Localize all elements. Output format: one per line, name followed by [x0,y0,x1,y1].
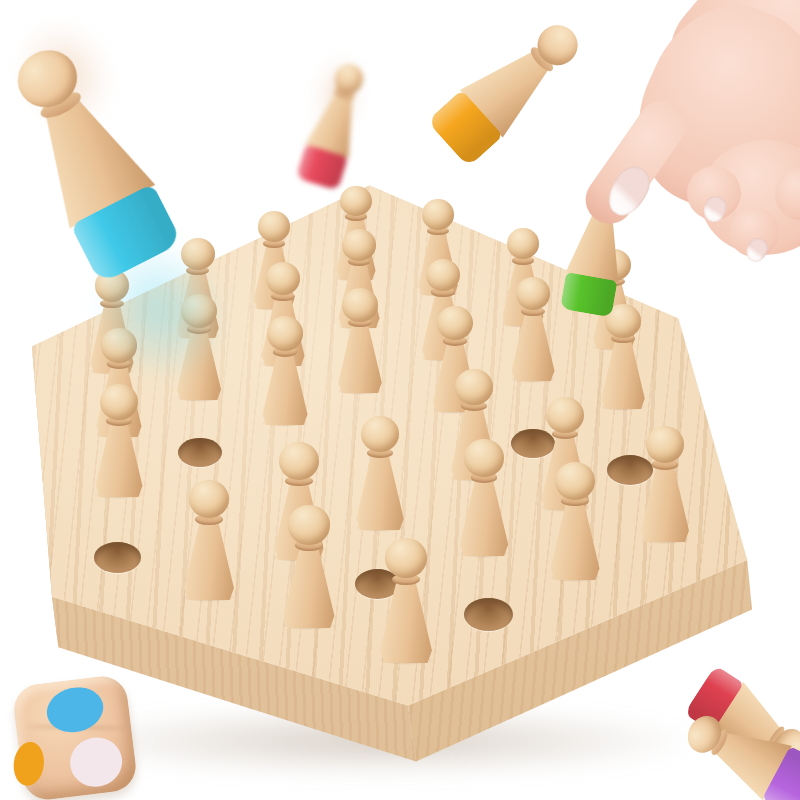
peg-head [385,538,427,578]
wooden-memory-peg[interactable] [640,426,691,542]
peg-head [266,262,301,295]
blue-stick-flying[interactable] [0,32,184,285]
red-stick-falling[interactable] [295,58,376,191]
die-face-orange [11,740,46,787]
peg-head [361,416,399,453]
peg-head [516,277,551,310]
peg-head [279,442,319,480]
peg-head [555,462,595,500]
peg-body [94,422,144,497]
board-hole[interactable] [178,438,222,467]
peg-head [100,384,138,420]
wooden-memory-peg[interactable] [282,505,336,628]
die-face-blue [42,682,107,738]
wooden-memory-peg[interactable] [458,439,509,556]
peg-head [455,369,492,404]
die-face-white [65,732,128,793]
peg-head [258,211,291,242]
color-die[interactable] [11,673,138,800]
peg-body [182,521,235,600]
wooden-memory-peg[interactable] [378,538,433,663]
peg-head [288,505,329,544]
stick-body [565,212,629,282]
peg-body [510,312,556,381]
peg-body [355,454,405,530]
peg-head [422,199,454,230]
peg-body [640,466,691,542]
peg-body [549,502,601,580]
wooden-memory-peg[interactable] [182,480,235,600]
board-hole[interactable] [94,542,141,573]
peg-head [426,259,460,291]
peg-body [282,547,336,628]
product-photo-scene [0,0,800,800]
peg-head [464,439,503,476]
peg-body [458,479,509,556]
board-hole[interactable] [464,598,513,631]
wooden-memory-peg[interactable] [94,384,144,497]
peg-head [507,228,540,259]
peg-head [189,480,229,519]
peg-head [646,426,685,463]
wooden-memory-peg[interactable] [600,304,646,409]
orange-stick-flying[interactable] [426,8,594,168]
peg-head [342,229,375,261]
wooden-memory-peg[interactable] [510,277,556,381]
peg-body [378,580,433,663]
wooden-memory-peg[interactable] [337,288,383,393]
wooden-memory-peg[interactable] [355,416,405,530]
wooden-memory-peg[interactable] [549,462,601,580]
peg-head [267,316,303,351]
peg-body [600,340,646,409]
peg-head [437,306,473,340]
peg-body [337,324,383,393]
peg-head [342,288,377,322]
wooden-memory-peg[interactable] [261,316,309,425]
peg-body [261,353,309,425]
peg-head [340,186,372,216]
peg-head [546,397,584,433]
